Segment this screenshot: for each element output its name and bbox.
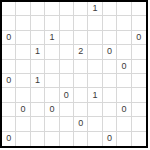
- clue-number: 0: [6, 33, 11, 42]
- cell-r2c2[interactable]: [16, 16, 30, 30]
- cell-r5c1[interactable]: [2, 60, 16, 74]
- clue-number: 0: [6, 76, 11, 85]
- cell-r6c1[interactable]: 0: [2, 74, 16, 88]
- cell-r7c8[interactable]: [103, 88, 117, 102]
- cell-r6c3[interactable]: 1: [31, 74, 45, 88]
- cell-r9c6[interactable]: 0: [74, 117, 88, 131]
- cell-r2c5[interactable]: [60, 16, 74, 30]
- cell-r2c10[interactable]: [132, 16, 146, 30]
- cell-r6c2[interactable]: [16, 74, 30, 88]
- cell-r4c1[interactable]: [2, 45, 16, 59]
- clue-number: 1: [35, 47, 40, 56]
- cell-r9c7[interactable]: [88, 117, 102, 131]
- puzzle-grid: 101012000101000000: [2, 2, 146, 146]
- cell-r8c6[interactable]: [74, 103, 88, 117]
- cell-r1c6[interactable]: [74, 2, 88, 16]
- cell-r10c10[interactable]: [132, 132, 146, 146]
- cell-r4c4[interactable]: [45, 45, 59, 59]
- cell-r10c3[interactable]: [31, 132, 45, 146]
- cell-r10c5[interactable]: [60, 132, 74, 146]
- cell-r7c6[interactable]: [74, 88, 88, 102]
- puzzle-board: 101012000101000000: [0, 0, 148, 148]
- cell-r4c8[interactable]: 0: [103, 45, 117, 59]
- cell-r2c3[interactable]: [31, 16, 45, 30]
- cell-r6c9[interactable]: [117, 74, 131, 88]
- cell-r8c1[interactable]: [2, 103, 16, 117]
- cell-r7c2[interactable]: [16, 88, 30, 102]
- cell-r8c8[interactable]: [103, 103, 117, 117]
- cell-r10c4[interactable]: [45, 132, 59, 146]
- cell-r5c9[interactable]: 0: [117, 60, 131, 74]
- cell-r5c3[interactable]: [31, 60, 45, 74]
- cell-r1c3[interactable]: [31, 2, 45, 16]
- cell-r2c4[interactable]: [45, 16, 59, 30]
- cell-r5c5[interactable]: [60, 60, 74, 74]
- cell-r3c10[interactable]: 0: [132, 31, 146, 45]
- cell-r3c6[interactable]: [74, 31, 88, 45]
- cell-r6c7[interactable]: [88, 74, 102, 88]
- cell-r3c9[interactable]: [117, 31, 131, 45]
- cell-r3c7[interactable]: [88, 31, 102, 45]
- cell-r3c2[interactable]: [16, 31, 30, 45]
- cell-r6c6[interactable]: [74, 74, 88, 88]
- cell-r9c1[interactable]: [2, 117, 16, 131]
- cell-r1c8[interactable]: [103, 2, 117, 16]
- cell-r5c6[interactable]: [74, 60, 88, 74]
- clue-number: 0: [49, 105, 54, 114]
- cell-r9c3[interactable]: [31, 117, 45, 131]
- cell-r7c9[interactable]: [117, 88, 131, 102]
- cell-r1c1[interactable]: [2, 2, 16, 16]
- cell-r9c4[interactable]: [45, 117, 59, 131]
- cell-r7c3[interactable]: [31, 88, 45, 102]
- cell-r10c9[interactable]: [117, 132, 131, 146]
- cell-r6c10[interactable]: [132, 74, 146, 88]
- cell-r8c9[interactable]: 0: [117, 103, 131, 117]
- cell-r5c4[interactable]: [45, 60, 59, 74]
- cell-r3c8[interactable]: [103, 31, 117, 45]
- cell-r2c1[interactable]: [2, 16, 16, 30]
- cell-r4c9[interactable]: [117, 45, 131, 59]
- clue-number: 0: [78, 119, 83, 128]
- cell-r9c10[interactable]: [132, 117, 146, 131]
- cell-r1c7[interactable]: 1: [88, 2, 102, 16]
- cell-r9c5[interactable]: [60, 117, 74, 131]
- cell-r4c10[interactable]: [132, 45, 146, 59]
- clue-number: 0: [121, 62, 126, 71]
- clue-number: 2: [78, 47, 83, 56]
- clue-number: 0: [136, 33, 141, 42]
- cell-r1c5[interactable]: [60, 2, 74, 16]
- cell-r6c5[interactable]: [60, 74, 74, 88]
- cell-r4c5[interactable]: [60, 45, 74, 59]
- cell-r2c8[interactable]: [103, 16, 117, 30]
- cell-r5c2[interactable]: [16, 60, 30, 74]
- cell-r4c6[interactable]: 2: [74, 45, 88, 59]
- cell-r7c1[interactable]: [2, 88, 16, 102]
- cell-r8c3[interactable]: [31, 103, 45, 117]
- cell-r8c2[interactable]: 0: [16, 103, 30, 117]
- cell-r4c2[interactable]: [16, 45, 30, 59]
- cell-r10c7[interactable]: [88, 132, 102, 146]
- cell-r3c1[interactable]: 0: [2, 31, 16, 45]
- cell-r3c3[interactable]: [31, 31, 45, 45]
- cell-r2c9[interactable]: [117, 16, 131, 30]
- cell-r4c3[interactable]: 1: [31, 45, 45, 59]
- cell-r2c6[interactable]: [74, 16, 88, 30]
- cell-r10c6[interactable]: [74, 132, 88, 146]
- cell-r3c4[interactable]: 1: [45, 31, 59, 45]
- clue-number: 1: [35, 76, 40, 85]
- cell-r1c9[interactable]: [117, 2, 131, 16]
- cell-r7c7[interactable]: 1: [88, 88, 102, 102]
- cell-r10c1[interactable]: 0: [2, 132, 16, 146]
- cell-r5c10[interactable]: [132, 60, 146, 74]
- cell-r10c8[interactable]: 0: [103, 132, 117, 146]
- cell-r5c7[interactable]: [88, 60, 102, 74]
- cell-r6c8[interactable]: [103, 74, 117, 88]
- cell-r8c10[interactable]: [132, 103, 146, 117]
- cell-r9c2[interactable]: [16, 117, 30, 131]
- clue-number: 0: [107, 134, 112, 143]
- clue-number: 0: [21, 105, 26, 114]
- clue-number: 0: [107, 47, 112, 56]
- cell-r9c9[interactable]: [117, 117, 131, 131]
- cell-r1c2[interactable]: [16, 2, 30, 16]
- cell-r7c10[interactable]: [132, 88, 146, 102]
- clue-number: 0: [121, 105, 126, 114]
- clue-number: 1: [93, 4, 98, 13]
- clue-number: 1: [49, 33, 54, 42]
- clue-number: 0: [6, 134, 11, 143]
- cell-r5c8[interactable]: [103, 60, 117, 74]
- clue-number: 1: [93, 91, 98, 100]
- cell-r7c4[interactable]: [45, 88, 59, 102]
- cell-r8c7[interactable]: [88, 103, 102, 117]
- cell-r3c5[interactable]: [60, 31, 74, 45]
- cell-r4c7[interactable]: [88, 45, 102, 59]
- cell-r8c5[interactable]: [60, 103, 74, 117]
- cell-r9c8[interactable]: [103, 117, 117, 131]
- cell-r7c5[interactable]: 0: [60, 88, 74, 102]
- cell-r2c7[interactable]: [88, 16, 102, 30]
- cell-r10c2[interactable]: [16, 132, 30, 146]
- cell-r1c4[interactable]: [45, 2, 59, 16]
- cell-r6c4[interactable]: [45, 74, 59, 88]
- cell-r1c10[interactable]: [132, 2, 146, 16]
- cell-r8c4[interactable]: 0: [45, 103, 59, 117]
- clue-number: 0: [64, 91, 69, 100]
